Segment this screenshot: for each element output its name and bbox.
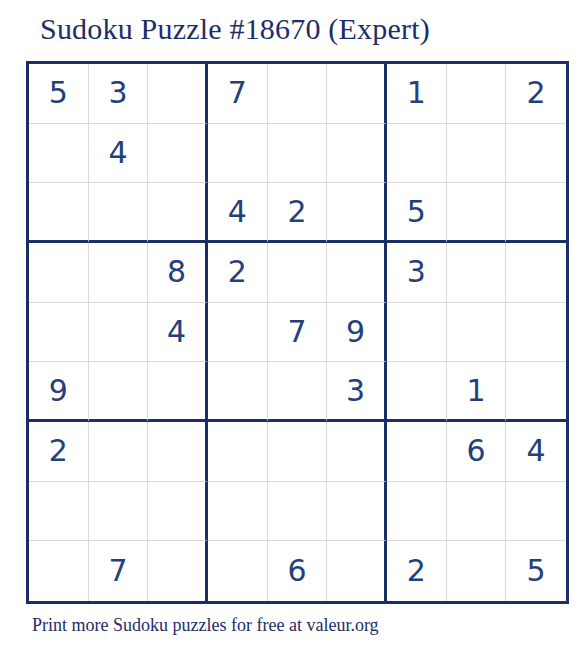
sudoku-cell-r3c3	[148, 183, 208, 243]
sudoku-cell-r5c5: 7	[268, 303, 328, 363]
sudoku-cell-r4c8	[447, 243, 507, 303]
sudoku-cell-r9c1	[29, 541, 89, 601]
sudoku-cell-r7c9: 4	[506, 422, 566, 482]
sudoku-cell-r1c8	[447, 64, 507, 124]
sudoku-cell-r6c9	[506, 362, 566, 422]
sudoku-cell-r5c6: 9	[327, 303, 387, 363]
sudoku-cell-r7c6	[327, 422, 387, 482]
sudoku-cell-r9c5: 6	[268, 541, 328, 601]
sudoku-cell-r7c3	[148, 422, 208, 482]
sudoku-cell-r1c1: 5	[29, 64, 89, 124]
sudoku-cell-r8c1	[29, 482, 89, 542]
sudoku-cell-r3c4: 4	[208, 183, 268, 243]
sudoku-cell-r5c8	[447, 303, 507, 363]
sudoku-grid: 5371244258234799312647625	[26, 61, 569, 604]
sudoku-cell-r8c6	[327, 482, 387, 542]
sudoku-cell-r5c4	[208, 303, 268, 363]
sudoku-cell-r4c1	[29, 243, 89, 303]
sudoku-cell-r4c3: 8	[148, 243, 208, 303]
sudoku-cell-r1c2: 3	[89, 64, 149, 124]
sudoku-cell-r3c6	[327, 183, 387, 243]
sudoku-cell-r6c2	[89, 362, 149, 422]
sudoku-cell-r8c8	[447, 482, 507, 542]
sudoku-cell-r9c9: 5	[506, 541, 566, 601]
sudoku-cell-r2c6	[327, 124, 387, 184]
sudoku-cell-r4c5	[268, 243, 328, 303]
sudoku-cell-r2c3	[148, 124, 208, 184]
sudoku-cell-r3c1	[29, 183, 89, 243]
sudoku-cell-r9c7: 2	[387, 541, 447, 601]
sudoku-cell-r7c2	[89, 422, 149, 482]
footer-text: Print more Sudoku puzzles for free at va…	[32, 615, 379, 636]
sudoku-cell-r5c3: 4	[148, 303, 208, 363]
sudoku-cell-r3c8	[447, 183, 507, 243]
sudoku-cell-r6c8: 1	[447, 362, 507, 422]
sudoku-cell-r3c2	[89, 183, 149, 243]
sudoku-cell-r8c7	[387, 482, 447, 542]
sudoku-cell-r1c9: 2	[506, 64, 566, 124]
sudoku-cell-r1c6	[327, 64, 387, 124]
sudoku-cell-r9c3	[148, 541, 208, 601]
sudoku-cell-r5c7	[387, 303, 447, 363]
sudoku-cell-r6c3	[148, 362, 208, 422]
sudoku-cell-r7c4	[208, 422, 268, 482]
sudoku-cell-r8c9	[506, 482, 566, 542]
sudoku-cell-r1c7: 1	[387, 64, 447, 124]
sudoku-cell-r4c9	[506, 243, 566, 303]
sudoku-cell-r1c5	[268, 64, 328, 124]
sudoku-cell-r6c4	[208, 362, 268, 422]
sudoku-cell-r4c2	[89, 243, 149, 303]
sudoku-cell-r2c8	[447, 124, 507, 184]
sudoku-cell-r9c6	[327, 541, 387, 601]
sudoku-cell-r8c5	[268, 482, 328, 542]
sudoku-cell-r8c2	[89, 482, 149, 542]
sudoku-cell-r9c8	[447, 541, 507, 601]
sudoku-cell-r3c7: 5	[387, 183, 447, 243]
sudoku-cell-r2c1	[29, 124, 89, 184]
sudoku-cell-r2c7	[387, 124, 447, 184]
sudoku-cell-r4c7: 3	[387, 243, 447, 303]
sudoku-cell-r1c4: 7	[208, 64, 268, 124]
sudoku-cell-r8c4	[208, 482, 268, 542]
sudoku-cell-r6c6: 3	[327, 362, 387, 422]
sudoku-cell-r2c9	[506, 124, 566, 184]
sudoku-cell-r4c4: 2	[208, 243, 268, 303]
sudoku-cell-r7c8: 6	[447, 422, 507, 482]
sudoku-cell-r5c1	[29, 303, 89, 363]
sudoku-cell-r6c5	[268, 362, 328, 422]
sudoku-cell-r1c3	[148, 64, 208, 124]
sudoku-cell-r5c9	[506, 303, 566, 363]
sudoku-cell-r2c4	[208, 124, 268, 184]
sudoku-cell-r9c2: 7	[89, 541, 149, 601]
sudoku-cell-r7c1: 2	[29, 422, 89, 482]
sudoku-cell-r2c2: 4	[89, 124, 149, 184]
sudoku-cell-r7c7	[387, 422, 447, 482]
sudoku-cell-r2c5	[268, 124, 328, 184]
sudoku-cell-r8c3	[148, 482, 208, 542]
sudoku-cell-r6c1: 9	[29, 362, 89, 422]
page-title: Sudoku Puzzle #18670 (Expert)	[40, 12, 430, 46]
sudoku-cell-r7c5	[268, 422, 328, 482]
sudoku-cell-r3c5: 2	[268, 183, 328, 243]
sudoku-cell-r4c6	[327, 243, 387, 303]
sudoku-cell-r9c4	[208, 541, 268, 601]
sudoku-cell-r3c9	[506, 183, 566, 243]
sudoku-cell-r5c2	[89, 303, 149, 363]
sudoku-cell-r6c7	[387, 362, 447, 422]
